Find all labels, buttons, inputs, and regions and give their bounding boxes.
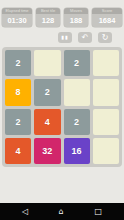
stat-box-moves: Moves188	[64, 8, 88, 27]
stats-bar: Elapsed time01:30Best tile128Moves188Sco…	[0, 0, 124, 27]
tile-2: 2	[34, 79, 60, 105]
pause-icon: ▮▮	[61, 34, 69, 40]
stat-box-score: Score1684	[92, 8, 122, 27]
empty-cell	[93, 109, 119, 135]
undo-button[interactable]: ↶	[78, 32, 92, 43]
stat-box-best-tile: Best tile128	[36, 8, 60, 27]
tile-2: 2	[5, 50, 31, 76]
recents-icon[interactable]: □	[94, 203, 102, 220]
empty-cell	[93, 50, 119, 76]
tile-4: 4	[5, 138, 31, 164]
tile-8: 8	[5, 79, 31, 105]
restart-button[interactable]: ↻	[98, 32, 112, 43]
tile-16: 16	[64, 138, 90, 164]
tile-2: 2	[64, 109, 90, 135]
empty-cell	[64, 79, 90, 105]
game-board[interactable]: 228224243216	[2, 47, 122, 167]
control-buttons: ▮▮↶↻	[0, 27, 124, 43]
undo-icon: ↶	[82, 33, 89, 42]
android-nav-bar: ◁⌂□	[0, 203, 124, 220]
stat-value: 128	[36, 14, 60, 27]
tile-2: 2	[5, 109, 31, 135]
stat-box-elapsed-time: Elapsed time01:30	[2, 8, 32, 27]
home-icon[interactable]: ⌂	[59, 203, 64, 220]
back-icon[interactable]: ◁	[22, 203, 28, 220]
pause-button[interactable]: ▮▮	[58, 32, 72, 43]
empty-cell	[93, 79, 119, 105]
empty-cell	[93, 138, 119, 164]
tile-32: 32	[34, 138, 60, 164]
stat-value: 188	[64, 14, 88, 27]
stat-value: 01:30	[2, 14, 32, 27]
stat-value: 1684	[92, 14, 122, 27]
restart-icon: ↻	[102, 33, 109, 42]
empty-cell	[34, 50, 60, 76]
tile-2: 2	[64, 50, 90, 76]
tile-4: 4	[34, 109, 60, 135]
